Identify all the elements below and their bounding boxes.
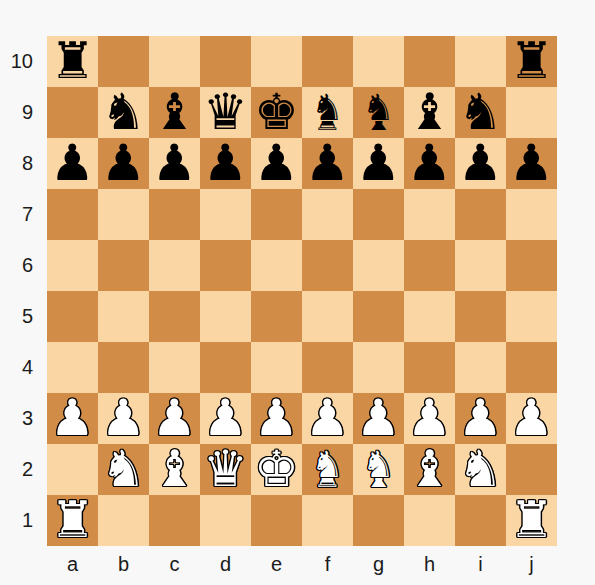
square-b1[interactable] (98, 495, 149, 546)
black-rook: ♜ (506, 36, 557, 87)
white-knight: ♞ (455, 444, 506, 495)
square-b10[interactable] (98, 36, 149, 87)
square-b8[interactable]: ♟ (98, 138, 149, 189)
square-i3[interactable]: ♟ (455, 393, 506, 444)
square-g2[interactable]: ♝♞ (353, 444, 404, 495)
square-f4[interactable] (302, 342, 353, 393)
square-i6[interactable] (455, 240, 506, 291)
square-b5[interactable] (98, 291, 149, 342)
square-c5[interactable] (149, 291, 200, 342)
square-e6[interactable] (251, 240, 302, 291)
rank-labels: 10987654321 (0, 36, 40, 546)
square-b6[interactable] (98, 240, 149, 291)
white-pawn: ♟ (200, 393, 251, 444)
black-pawn: ♟ (455, 138, 506, 189)
square-e8[interactable]: ♟ (251, 138, 302, 189)
square-g10[interactable] (353, 36, 404, 87)
square-j7[interactable] (506, 189, 557, 240)
square-f5[interactable] (302, 291, 353, 342)
square-d7[interactable] (200, 189, 251, 240)
square-e4[interactable] (251, 342, 302, 393)
white-rook: ♜ (506, 495, 557, 546)
black-bishop: ♝ (404, 87, 455, 138)
file-label-f: f (302, 547, 353, 581)
square-h6[interactable] (404, 240, 455, 291)
black-cardinal: ♝♞ (353, 87, 404, 138)
square-a9[interactable] (47, 87, 98, 138)
rank-label-7: 7 (0, 189, 40, 240)
square-d10[interactable] (200, 36, 251, 87)
square-c8[interactable]: ♟ (149, 138, 200, 189)
square-c2[interactable]: ♝ (149, 444, 200, 495)
square-h5[interactable] (404, 291, 455, 342)
square-i4[interactable] (455, 342, 506, 393)
black-rook: ♜ (47, 36, 98, 87)
file-label-j: j (506, 547, 557, 581)
square-g5[interactable] (353, 291, 404, 342)
square-e7[interactable] (251, 189, 302, 240)
square-j6[interactable] (506, 240, 557, 291)
square-i1[interactable] (455, 495, 506, 546)
square-h3[interactable]: ♟ (404, 393, 455, 444)
square-c1[interactable] (149, 495, 200, 546)
square-i5[interactable] (455, 291, 506, 342)
square-d4[interactable] (200, 342, 251, 393)
square-g9[interactable]: ♝♞ (353, 87, 404, 138)
black-pawn: ♟ (302, 138, 353, 189)
square-a7[interactable] (47, 189, 98, 240)
white-marshall: ♜♞ (302, 444, 353, 495)
square-e5[interactable] (251, 291, 302, 342)
rank-label-2: 2 (0, 444, 40, 495)
black-pawn: ♟ (353, 138, 404, 189)
marshall-head-icon: ♞ (302, 446, 353, 484)
black-pawn: ♟ (98, 138, 149, 189)
square-d2[interactable]: ♛ (200, 444, 251, 495)
black-pawn: ♟ (47, 138, 98, 189)
square-a5[interactable] (47, 291, 98, 342)
black-queen: ♛ (200, 87, 251, 138)
square-h9[interactable]: ♝ (404, 87, 455, 138)
white-knight: ♞ (98, 444, 149, 495)
black-knight: ♞ (455, 87, 506, 138)
rank-label-8: 8 (0, 138, 40, 189)
black-knight: ♞ (98, 87, 149, 138)
square-c7[interactable] (149, 189, 200, 240)
square-f9[interactable]: ♜♞ (302, 87, 353, 138)
square-e2[interactable]: ♚ (251, 444, 302, 495)
square-c3[interactable]: ♟ (149, 393, 200, 444)
white-pawn: ♟ (149, 393, 200, 444)
rank-label-3: 3 (0, 393, 40, 444)
square-h4[interactable] (404, 342, 455, 393)
square-i9[interactable]: ♞ (455, 87, 506, 138)
black-marshall: ♜♞ (302, 87, 353, 138)
square-b2[interactable]: ♞ (98, 444, 149, 495)
white-pawn: ♟ (251, 393, 302, 444)
square-c9[interactable]: ♝ (149, 87, 200, 138)
square-c6[interactable] (149, 240, 200, 291)
square-g3[interactable]: ♟ (353, 393, 404, 444)
rank-label-10: 10 (0, 36, 40, 87)
square-f7[interactable] (302, 189, 353, 240)
square-h7[interactable] (404, 189, 455, 240)
rank-label-1: 1 (0, 495, 40, 546)
square-j8[interactable]: ♟ (506, 138, 557, 189)
file-label-a: a (47, 547, 98, 581)
file-label-e: e (251, 547, 302, 581)
square-b9[interactable]: ♞ (98, 87, 149, 138)
grand-chess-diagram: 10987654321 ♜♜♞♝♛♚♜♞♝♞♝♞♟♟♟♟♟♟♟♟♟♟♟♟♟♟♟♟… (0, 0, 595, 585)
square-f8[interactable]: ♟ (302, 138, 353, 189)
white-king: ♚ (251, 444, 302, 495)
square-d1[interactable] (200, 495, 251, 546)
marshall-head-icon: ♞ (302, 89, 353, 127)
square-a6[interactable] (47, 240, 98, 291)
white-pawn: ♟ (353, 393, 404, 444)
square-g1[interactable] (353, 495, 404, 546)
square-a4[interactable] (47, 342, 98, 393)
black-pawn: ♟ (404, 138, 455, 189)
black-pawn: ♟ (149, 138, 200, 189)
square-g8[interactable]: ♟ (353, 138, 404, 189)
square-h8[interactable]: ♟ (404, 138, 455, 189)
square-e1[interactable] (251, 495, 302, 546)
white-pawn: ♟ (455, 393, 506, 444)
square-d9[interactable]: ♛ (200, 87, 251, 138)
white-pawn: ♟ (47, 393, 98, 444)
file-label-i: i (455, 547, 506, 581)
white-pawn: ♟ (506, 393, 557, 444)
square-d5[interactable] (200, 291, 251, 342)
square-a2[interactable] (47, 444, 98, 495)
square-f1[interactable] (302, 495, 353, 546)
white-pawn: ♟ (404, 393, 455, 444)
black-pawn: ♟ (251, 138, 302, 189)
file-label-h: h (404, 547, 455, 581)
square-j9[interactable] (506, 87, 557, 138)
square-j10[interactable]: ♜ (506, 36, 557, 87)
square-d8[interactable]: ♟ (200, 138, 251, 189)
rank-label-9: 9 (0, 87, 40, 138)
chessboard-grid: ♜♜♞♝♛♚♜♞♝♞♝♞♟♟♟♟♟♟♟♟♟♟♟♟♟♟♟♟♟♟♟♟♞♝♛♚♜♞♝♞… (47, 36, 557, 546)
square-e3[interactable]: ♟ (251, 393, 302, 444)
square-d3[interactable]: ♟ (200, 393, 251, 444)
black-pawn: ♟ (506, 138, 557, 189)
white-pawn: ♟ (98, 393, 149, 444)
square-j1[interactable]: ♜ (506, 495, 557, 546)
square-g4[interactable] (353, 342, 404, 393)
rank-label-6: 6 (0, 240, 40, 291)
square-e10[interactable] (251, 36, 302, 87)
file-labels: abcdefghij (47, 547, 557, 581)
file-label-d: d (200, 547, 251, 581)
black-king: ♚ (251, 87, 302, 138)
square-a3[interactable]: ♟ (47, 393, 98, 444)
square-i2[interactable]: ♞ (455, 444, 506, 495)
square-a1[interactable]: ♜ (47, 495, 98, 546)
file-label-b: b (98, 547, 149, 581)
white-rook: ♜ (47, 495, 98, 546)
square-h2[interactable]: ♝ (404, 444, 455, 495)
square-h10[interactable] (404, 36, 455, 87)
white-cardinal: ♝♞ (353, 444, 404, 495)
rank-label-5: 5 (0, 291, 40, 342)
square-d6[interactable] (200, 240, 251, 291)
square-f3[interactable]: ♟ (302, 393, 353, 444)
square-j3[interactable]: ♟ (506, 393, 557, 444)
square-j4[interactable] (506, 342, 557, 393)
square-b3[interactable]: ♟ (98, 393, 149, 444)
square-e9[interactable]: ♚ (251, 87, 302, 138)
square-g6[interactable] (353, 240, 404, 291)
square-a8[interactable]: ♟ (47, 138, 98, 189)
cardinal-head-icon: ♞ (353, 89, 404, 127)
square-f2[interactable]: ♜♞ (302, 444, 353, 495)
black-bishop: ♝ (149, 87, 200, 138)
square-f10[interactable] (302, 36, 353, 87)
cardinal-head-icon: ♞ (353, 446, 404, 484)
white-bishop: ♝ (149, 444, 200, 495)
square-j2[interactable] (506, 444, 557, 495)
square-c4[interactable] (149, 342, 200, 393)
square-c10[interactable] (149, 36, 200, 87)
square-g7[interactable] (353, 189, 404, 240)
square-f6[interactable] (302, 240, 353, 291)
file-label-g: g (353, 547, 404, 581)
rank-label-4: 4 (0, 342, 40, 393)
square-i8[interactable]: ♟ (455, 138, 506, 189)
file-label-c: c (149, 547, 200, 581)
black-pawn: ♟ (200, 138, 251, 189)
white-queen: ♛ (200, 444, 251, 495)
square-j5[interactable] (506, 291, 557, 342)
square-h1[interactable] (404, 495, 455, 546)
white-bishop: ♝ (404, 444, 455, 495)
square-i7[interactable] (455, 189, 506, 240)
square-a10[interactable]: ♜ (47, 36, 98, 87)
square-b4[interactable] (98, 342, 149, 393)
square-b7[interactable] (98, 189, 149, 240)
white-pawn: ♟ (302, 393, 353, 444)
square-i10[interactable] (455, 36, 506, 87)
